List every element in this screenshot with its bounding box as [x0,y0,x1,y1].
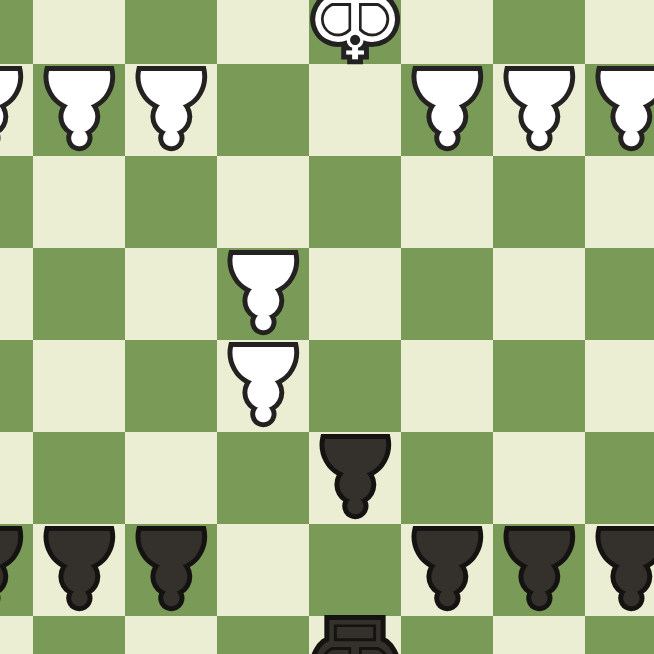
white-pawn[interactable]: ♟♟ [33,64,125,156]
square-a3[interactable] [0,156,33,248]
white-king-icon: ♚♚ [304,0,406,72]
black-pawn-icon: ♟♟ [585,515,654,618]
black-pawn[interactable]: ♟♟ [585,524,654,616]
black-pawn-icon: ♟♟ [493,515,585,618]
black-pawn[interactable]: ♟♟ [401,524,493,616]
square-b3[interactable] [33,156,125,248]
square-g3[interactable] [493,156,585,248]
white-pawn-icon: ♟♟ [33,55,125,158]
black-pawn-icon: ♟♟ [309,423,401,526]
white-pawn-icon: ♟♟ [585,55,654,158]
square-h5[interactable] [585,340,654,432]
black-king-icon: ♚♚ [304,602,406,654]
square-c5[interactable] [125,340,217,432]
white-pawn-icon: ♟♟ [217,331,309,434]
white-pawn[interactable]: ♟♟ [125,64,217,156]
white-pawn[interactable]: ♟♟ [217,340,309,432]
square-f3[interactable] [401,156,493,248]
square-b5[interactable] [33,340,125,432]
black-pawn[interactable]: ♟♟ [125,524,217,616]
white-pawn-icon: ♟♟ [493,55,585,158]
white-pawn-icon: ♟♟ [125,55,217,158]
black-pawn[interactable]: ♟♟ [493,524,585,616]
square-c4[interactable] [125,248,217,340]
black-pawn-icon: ♟♟ [125,515,217,618]
white-pawn[interactable]: ♟♟ [0,64,33,156]
black-pawn[interactable]: ♟♟ [33,524,125,616]
square-e4[interactable] [309,248,401,340]
black-king[interactable]: ♚♚ [309,616,401,654]
square-c3[interactable] [125,156,217,248]
square-d6[interactable] [217,432,309,524]
square-e3[interactable] [309,156,401,248]
black-pawn[interactable]: ♟♟ [0,524,33,616]
square-d2[interactable] [217,64,309,156]
square-g5[interactable] [493,340,585,432]
chess-board[interactable]: ♚♚♟♟♟♟♟♟♟♟♟♟♟♟♟♟♟♟♟♟♟♟♟♟♟♟♟♟♟♟♟♟♚♚ [0,0,654,654]
black-pawn[interactable]: ♟♟ [309,432,401,524]
white-pawn[interactable]: ♟♟ [493,64,585,156]
square-a5[interactable] [0,340,33,432]
white-king[interactable]: ♚♚ [309,0,401,64]
white-pawn-icon: ♟♟ [0,55,33,158]
square-f4[interactable] [401,248,493,340]
chess-board-viewport: ♚♚♟♟♟♟♟♟♟♟♟♟♟♟♟♟♟♟♟♟♟♟♟♟♟♟♟♟♟♟♟♟♚♚ [0,0,654,654]
square-h3[interactable] [585,156,654,248]
square-h4[interactable] [585,248,654,340]
square-b4[interactable] [33,248,125,340]
white-pawn[interactable]: ♟♟ [401,64,493,156]
square-g4[interactable] [493,248,585,340]
black-pawn-icon: ♟♟ [0,515,33,618]
square-a4[interactable] [0,248,33,340]
square-d1[interactable] [217,0,309,64]
square-f5[interactable] [401,340,493,432]
white-pawn-icon: ♟♟ [401,55,493,158]
black-pawn-icon: ♟♟ [33,515,125,618]
square-d7[interactable] [217,524,309,616]
white-pawn[interactable]: ♟♟ [585,64,654,156]
black-pawn-icon: ♟♟ [401,515,493,618]
square-d8[interactable] [217,616,309,654]
